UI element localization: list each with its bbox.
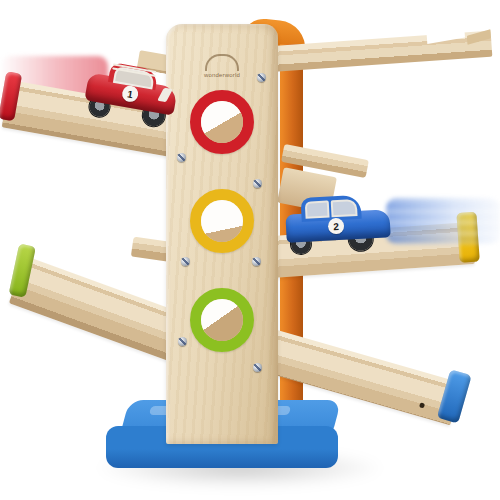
screw-icon [181, 257, 190, 266]
ring-green [190, 288, 254, 352]
green-end-cap [9, 243, 36, 297]
launch-ramp-top-right [271, 31, 492, 72]
screw-icon [253, 363, 262, 372]
launch-ramp-tip [467, 29, 491, 45]
logo-text: wonderworld [182, 72, 262, 78]
screw-icon [177, 153, 186, 162]
blue-car-motion-blur [386, 198, 500, 244]
brand-logo: wonderworld [182, 54, 262, 92]
toy-product-photo: wonderworld 1 2 [0, 0, 500, 500]
ring-green-hole [201, 299, 243, 341]
car-2-rear-window [305, 200, 330, 218]
ring-red-hole [201, 101, 243, 143]
blue-end-cap [437, 369, 472, 423]
screw-icon [252, 257, 261, 266]
car-2-front-window [331, 199, 358, 217]
launch-ramp-notch [427, 27, 465, 45]
screw-icon [253, 179, 262, 188]
screw-icon [178, 337, 187, 346]
ring-red [190, 90, 254, 154]
wooden-peg [419, 402, 425, 408]
ring-yellow-hole [201, 200, 243, 242]
center-tower: wonderworld [166, 24, 278, 444]
race-car-2: 2 [285, 193, 392, 256]
screw-icon [257, 73, 266, 82]
logo-rainbow-arc-icon [205, 54, 239, 71]
ring-yellow [190, 189, 254, 253]
